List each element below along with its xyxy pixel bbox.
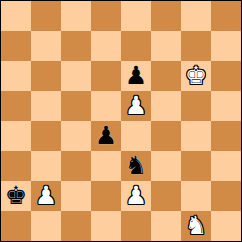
square-b4[interactable] [31, 121, 61, 151]
square-g7[interactable] [181, 31, 211, 61]
square-a8[interactable] [1, 1, 31, 31]
square-e8[interactable] [121, 1, 151, 31]
square-a1[interactable] [1, 211, 31, 241]
square-b8[interactable] [31, 1, 61, 31]
square-e2[interactable]: ♟ [121, 181, 151, 211]
square-g8[interactable] [181, 1, 211, 31]
black-pawn[interactable]: ♟ [95, 121, 117, 151]
square-b1[interactable] [31, 211, 61, 241]
black-knight[interactable]: ♞ [125, 151, 147, 181]
square-e4[interactable] [121, 121, 151, 151]
square-a2[interactable]: ♚ [1, 181, 31, 211]
square-d8[interactable] [91, 1, 121, 31]
square-d3[interactable] [91, 151, 121, 181]
white-pawn[interactable]: ♟ [125, 91, 147, 121]
square-h2[interactable] [211, 181, 241, 211]
square-a7[interactable] [1, 31, 31, 61]
square-c5[interactable] [61, 91, 91, 121]
square-f6[interactable] [151, 61, 181, 91]
black-king[interactable]: ♚ [5, 181, 27, 211]
square-d1[interactable] [91, 211, 121, 241]
square-h6[interactable] [211, 61, 241, 91]
square-f4[interactable] [151, 121, 181, 151]
square-e7[interactable] [121, 31, 151, 61]
square-f2[interactable] [151, 181, 181, 211]
square-h3[interactable] [211, 151, 241, 181]
square-d6[interactable] [91, 61, 121, 91]
square-g3[interactable] [181, 151, 211, 181]
square-e1[interactable] [121, 211, 151, 241]
square-c4[interactable] [61, 121, 91, 151]
black-pawn[interactable]: ♟ [125, 61, 147, 91]
square-c2[interactable] [61, 181, 91, 211]
square-d2[interactable] [91, 181, 121, 211]
square-a3[interactable] [1, 151, 31, 181]
white-pawn[interactable]: ♟ [125, 181, 147, 211]
square-d5[interactable] [91, 91, 121, 121]
square-e5[interactable]: ♟ [121, 91, 151, 121]
square-g6[interactable]: ♚ [181, 61, 211, 91]
square-a4[interactable] [1, 121, 31, 151]
square-h7[interactable] [211, 31, 241, 61]
square-b5[interactable] [31, 91, 61, 121]
square-g4[interactable] [181, 121, 211, 151]
square-b2[interactable]: ♟ [31, 181, 61, 211]
square-d7[interactable] [91, 31, 121, 61]
square-c8[interactable] [61, 1, 91, 31]
square-a6[interactable] [1, 61, 31, 91]
white-king[interactable]: ♚ [185, 61, 207, 91]
square-g5[interactable] [181, 91, 211, 121]
square-h5[interactable] [211, 91, 241, 121]
square-h8[interactable] [211, 1, 241, 31]
square-b3[interactable] [31, 151, 61, 181]
square-b7[interactable] [31, 31, 61, 61]
chess-board: ♟♚♟♟♞♚♟♟♞ [0, 0, 242, 242]
square-c1[interactable] [61, 211, 91, 241]
square-f3[interactable] [151, 151, 181, 181]
square-c3[interactable] [61, 151, 91, 181]
square-h1[interactable] [211, 211, 241, 241]
square-e6[interactable]: ♟ [121, 61, 151, 91]
square-g1[interactable]: ♞ [181, 211, 211, 241]
square-b6[interactable] [31, 61, 61, 91]
square-f5[interactable] [151, 91, 181, 121]
square-f1[interactable] [151, 211, 181, 241]
square-h4[interactable] [211, 121, 241, 151]
square-c7[interactable] [61, 31, 91, 61]
white-pawn[interactable]: ♟ [35, 181, 57, 211]
square-g2[interactable] [181, 181, 211, 211]
square-e3[interactable]: ♞ [121, 151, 151, 181]
square-f8[interactable] [151, 1, 181, 31]
white-knight[interactable]: ♞ [185, 211, 207, 241]
square-f7[interactable] [151, 31, 181, 61]
square-d4[interactable]: ♟ [91, 121, 121, 151]
square-a5[interactable] [1, 91, 31, 121]
square-c6[interactable] [61, 61, 91, 91]
